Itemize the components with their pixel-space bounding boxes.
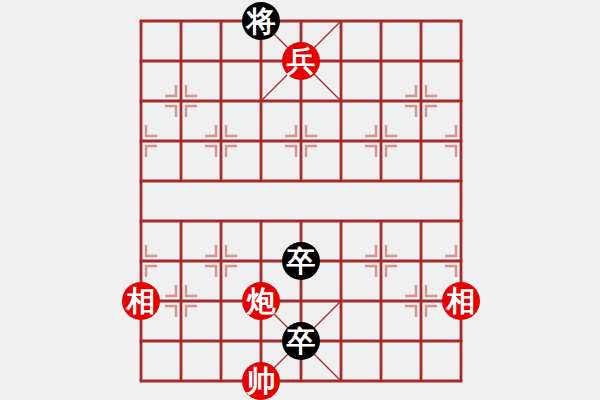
intersection[interactable]: 卒 xyxy=(281,241,321,281)
intersection[interactable]: 相 xyxy=(121,281,161,321)
intersection[interactable] xyxy=(201,161,241,201)
intersection[interactable] xyxy=(161,281,201,321)
intersection[interactable] xyxy=(241,41,281,81)
intersection[interactable] xyxy=(201,321,241,361)
intersection[interactable] xyxy=(401,121,441,161)
intersection[interactable] xyxy=(201,241,241,281)
intersection[interactable] xyxy=(361,81,401,121)
intersection[interactable] xyxy=(321,41,361,81)
intersection[interactable] xyxy=(121,161,161,201)
intersection[interactable] xyxy=(321,321,361,361)
intersection[interactable]: 相 xyxy=(441,281,481,321)
intersection[interactable] xyxy=(201,41,241,81)
intersection[interactable] xyxy=(121,201,161,241)
piece-glyph: 卒 xyxy=(287,327,316,356)
piece-red-general[interactable]: 帅 xyxy=(242,362,280,400)
intersection[interactable] xyxy=(321,201,361,241)
intersection[interactable] xyxy=(161,121,201,161)
intersection[interactable] xyxy=(201,201,241,241)
intersection[interactable] xyxy=(361,41,401,81)
intersection[interactable] xyxy=(361,161,401,201)
intersection[interactable] xyxy=(401,361,441,400)
intersection[interactable] xyxy=(321,281,361,321)
intersection[interactable] xyxy=(441,41,481,81)
intersection[interactable] xyxy=(281,121,321,161)
intersection[interactable]: 帅 xyxy=(241,361,281,400)
piece-glyph: 帅 xyxy=(247,367,276,396)
intersection[interactable] xyxy=(361,241,401,281)
piece-red-elephant[interactable]: 相 xyxy=(442,282,480,320)
intersection[interactable] xyxy=(401,41,441,81)
intersection[interactable] xyxy=(361,1,401,41)
intersection[interactable] xyxy=(441,361,481,400)
intersection[interactable] xyxy=(161,361,201,400)
intersection[interactable] xyxy=(201,121,241,161)
intersection[interactable] xyxy=(161,41,201,81)
intersection[interactable] xyxy=(281,161,321,201)
intersection[interactable] xyxy=(321,1,361,41)
piece-glyph: 将 xyxy=(247,7,276,36)
intersection[interactable] xyxy=(321,361,361,400)
intersection[interactable] xyxy=(161,321,201,361)
intersection[interactable] xyxy=(241,161,281,201)
intersection[interactable] xyxy=(121,121,161,161)
intersection[interactable] xyxy=(241,241,281,281)
intersection[interactable]: 炮 xyxy=(241,281,281,321)
intersection[interactable] xyxy=(401,161,441,201)
piece-red-elephant[interactable]: 相 xyxy=(122,282,160,320)
intersection[interactable] xyxy=(441,1,481,41)
intersection[interactable] xyxy=(281,281,321,321)
intersection[interactable] xyxy=(161,241,201,281)
piece-glyph: 相 xyxy=(127,287,156,316)
intersection[interactable] xyxy=(241,321,281,361)
intersection[interactable] xyxy=(361,201,401,241)
intersection[interactable] xyxy=(281,361,321,400)
intersection[interactable]: 卒 xyxy=(281,321,321,361)
intersection[interactable] xyxy=(401,281,441,321)
intersection[interactable] xyxy=(161,201,201,241)
intersection[interactable] xyxy=(441,81,481,121)
intersection[interactable] xyxy=(441,321,481,361)
intersection[interactable] xyxy=(281,201,321,241)
piece-red-cannon[interactable]: 炮 xyxy=(242,282,280,320)
intersection[interactable] xyxy=(161,1,201,41)
piece-black-general[interactable]: 将 xyxy=(242,2,280,40)
intersection[interactable] xyxy=(201,1,241,41)
intersection[interactable] xyxy=(321,81,361,121)
intersection[interactable] xyxy=(441,201,481,241)
piece-black-soldier[interactable]: 卒 xyxy=(282,242,320,280)
xiangqi-board: 将兵卒相炮相卒帅 xyxy=(0,0,600,400)
intersection[interactable] xyxy=(121,361,161,400)
intersection[interactable] xyxy=(241,201,281,241)
intersection[interactable] xyxy=(201,281,241,321)
intersection[interactable] xyxy=(361,321,401,361)
piece-red-soldier[interactable]: 兵 xyxy=(282,42,320,80)
intersection[interactable] xyxy=(281,1,321,41)
intersection[interactable] xyxy=(441,241,481,281)
intersection[interactable] xyxy=(441,161,481,201)
intersection[interactable] xyxy=(321,161,361,201)
intersection[interactable] xyxy=(161,81,201,121)
intersection[interactable] xyxy=(361,361,401,400)
intersection[interactable] xyxy=(121,241,161,281)
piece-glyph: 相 xyxy=(447,287,476,316)
intersection[interactable] xyxy=(121,1,161,41)
intersection[interactable] xyxy=(401,201,441,241)
intersection[interactable] xyxy=(281,81,321,121)
piece-glyph: 兵 xyxy=(287,47,316,76)
piece-glyph: 卒 xyxy=(287,247,316,276)
intersection[interactable] xyxy=(161,161,201,201)
intersection[interactable] xyxy=(201,81,241,121)
intersection[interactable]: 兵 xyxy=(281,41,321,81)
board-intersections: 将兵卒相炮相卒帅 xyxy=(121,1,481,400)
intersection[interactable] xyxy=(321,241,361,281)
intersection[interactable] xyxy=(361,281,401,321)
intersection[interactable] xyxy=(121,41,161,81)
intersection[interactable] xyxy=(401,321,441,361)
intersection[interactable] xyxy=(121,321,161,361)
intersection[interactable] xyxy=(241,81,281,121)
intersection[interactable] xyxy=(401,1,441,41)
intersection[interactable] xyxy=(121,81,161,121)
intersection[interactable] xyxy=(361,121,401,161)
intersection[interactable] xyxy=(401,81,441,121)
intersection[interactable] xyxy=(201,361,241,400)
intersection[interactable] xyxy=(441,121,481,161)
intersection[interactable] xyxy=(401,241,441,281)
piece-black-soldier[interactable]: 卒 xyxy=(282,322,320,360)
intersection[interactable] xyxy=(321,121,361,161)
piece-glyph: 炮 xyxy=(247,287,276,316)
intersection[interactable]: 将 xyxy=(241,1,281,41)
intersection[interactable] xyxy=(241,121,281,161)
